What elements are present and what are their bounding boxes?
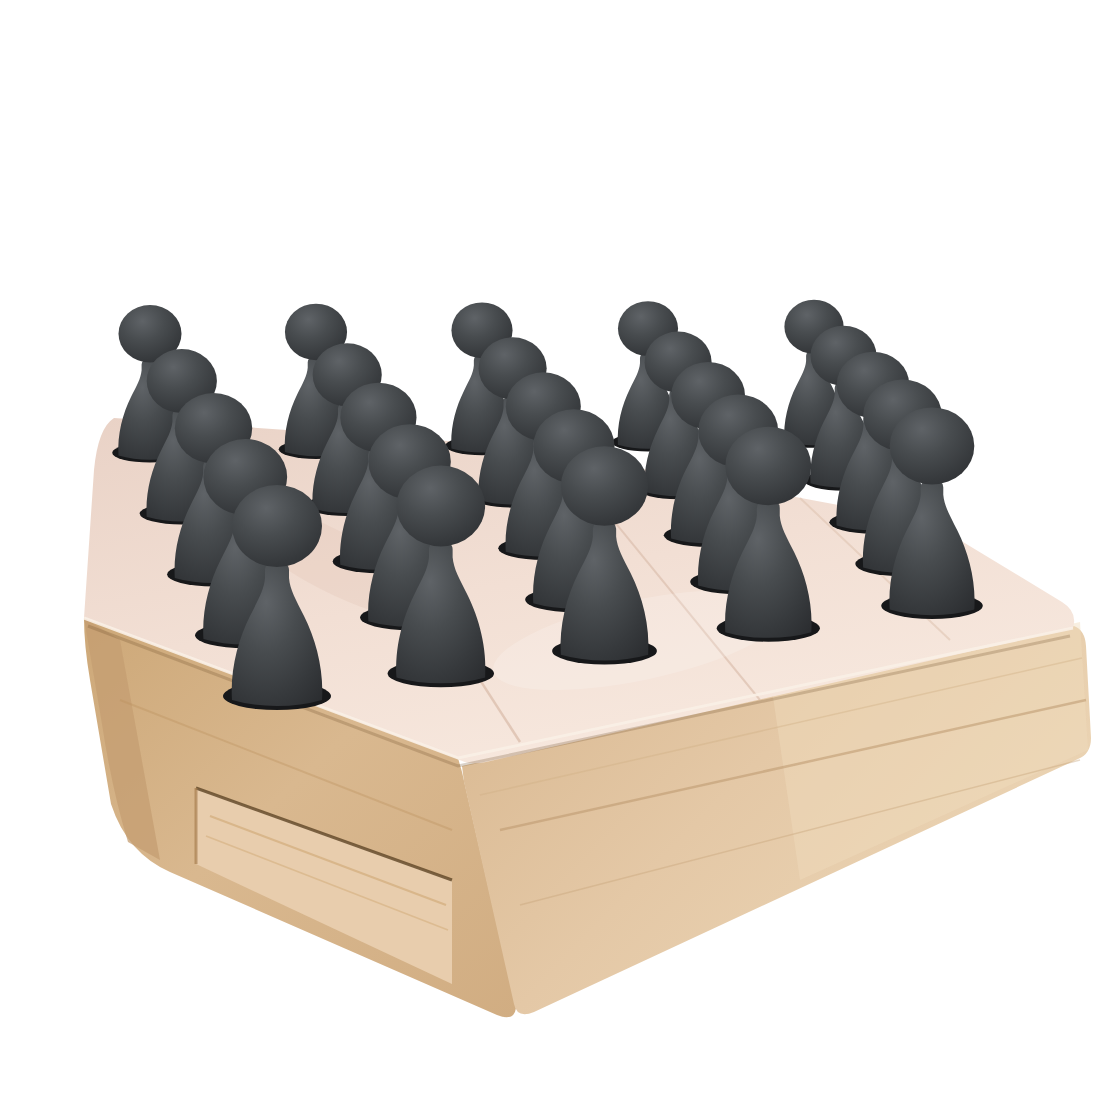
pawn-head [890, 407, 975, 484]
product-photo [0, 0, 1100, 1100]
pawn-head [561, 446, 648, 526]
scene [0, 0, 1100, 1100]
pawn-head [396, 466, 485, 547]
pawn-head [232, 485, 322, 567]
pawn-head [725, 427, 811, 505]
